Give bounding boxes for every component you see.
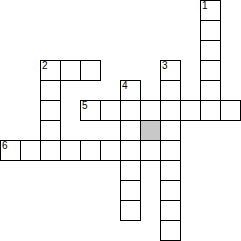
grid-cell[interactable] bbox=[140, 140, 161, 161]
grid-cell[interactable]: 5 bbox=[80, 100, 101, 121]
grid-cell[interactable]: 1 bbox=[200, 0, 221, 21]
grid-cell[interactable] bbox=[80, 140, 101, 161]
grid-cell[interactable] bbox=[20, 140, 41, 161]
grid-cell[interactable] bbox=[160, 100, 181, 121]
grid-cell[interactable] bbox=[200, 100, 221, 121]
clue-number: 4 bbox=[122, 81, 128, 91]
highlighted-cell[interactable] bbox=[140, 120, 161, 141]
grid-cell[interactable]: 6 bbox=[0, 140, 21, 161]
grid-cell[interactable] bbox=[120, 180, 141, 201]
grid-cell[interactable]: 2 bbox=[40, 60, 61, 81]
grid-cell[interactable] bbox=[200, 40, 221, 61]
grid-cell[interactable] bbox=[200, 20, 221, 41]
grid-cell[interactable] bbox=[180, 100, 201, 121]
grid-cell[interactable] bbox=[120, 160, 141, 181]
clue-number: 3 bbox=[162, 61, 168, 71]
grid-cell[interactable]: 3 bbox=[160, 60, 181, 81]
grid-cell[interactable] bbox=[160, 140, 181, 161]
grid-cell[interactable] bbox=[160, 180, 181, 201]
grid-cell[interactable] bbox=[160, 120, 181, 141]
grid-cell[interactable] bbox=[40, 80, 61, 101]
grid-cell[interactable] bbox=[160, 220, 181, 241]
grid-cell[interactable]: 4 bbox=[120, 80, 141, 101]
grid-cell[interactable] bbox=[120, 120, 141, 141]
grid-cell[interactable] bbox=[40, 100, 61, 121]
grid-cell[interactable] bbox=[140, 100, 161, 121]
crossword-board: 123456 bbox=[0, 0, 241, 241]
clue-number: 5 bbox=[82, 101, 88, 111]
grid-cell[interactable] bbox=[200, 60, 221, 81]
clue-number: 6 bbox=[2, 141, 8, 151]
grid-cell[interactable] bbox=[120, 200, 141, 221]
grid-cell[interactable] bbox=[160, 80, 181, 101]
grid-cell[interactable] bbox=[80, 60, 101, 81]
grid-cell[interactable] bbox=[100, 100, 121, 121]
grid-cell[interactable] bbox=[160, 160, 181, 181]
grid-cell[interactable] bbox=[120, 100, 141, 121]
grid-cell[interactable] bbox=[40, 120, 61, 141]
clue-number: 1 bbox=[202, 1, 208, 11]
grid-cell[interactable] bbox=[60, 60, 81, 81]
grid-cell[interactable] bbox=[60, 140, 81, 161]
grid-cell[interactable] bbox=[100, 140, 121, 161]
clue-number: 2 bbox=[42, 61, 48, 71]
grid-cell[interactable] bbox=[40, 140, 61, 161]
grid-cell[interactable] bbox=[200, 80, 221, 101]
grid-cell[interactable] bbox=[160, 200, 181, 221]
grid-cell[interactable] bbox=[120, 140, 141, 161]
grid-cell[interactable] bbox=[220, 100, 241, 121]
